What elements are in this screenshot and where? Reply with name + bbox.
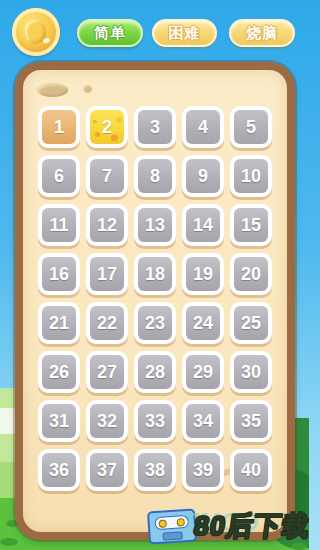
level-tile-10[interactable]: 10 bbox=[230, 155, 272, 197]
level-tile-35[interactable]: 35 bbox=[230, 400, 272, 442]
watermark-text: 80后下载 bbox=[191, 508, 309, 544]
level-tile-33[interactable]: 33 bbox=[134, 400, 176, 442]
level-tile-8[interactable]: 8 bbox=[134, 155, 176, 197]
tab-easy[interactable]: 简单 bbox=[77, 19, 143, 47]
game-screen: 简单 困难 烧脑 1234567891011121314151617181920… bbox=[0, 0, 309, 550]
level-tile-38[interactable]: 38 bbox=[134, 449, 176, 491]
level-number: 9 bbox=[186, 159, 220, 193]
tab-hard[interactable]: 困难 bbox=[152, 19, 217, 47]
level-tile-6[interactable]: 6 bbox=[38, 155, 80, 197]
tab-brain[interactable]: 烧脑 bbox=[229, 19, 295, 47]
level-number: 28 bbox=[138, 355, 172, 389]
bread-crumb-spot bbox=[37, 83, 68, 97]
coin-highlight bbox=[42, 37, 50, 44]
level-number: 34 bbox=[186, 404, 220, 438]
level-tile-28[interactable]: 28 bbox=[134, 351, 176, 393]
level-number: 21 bbox=[42, 306, 76, 340]
level-number: 7 bbox=[90, 159, 124, 193]
level-number: 3 bbox=[138, 110, 172, 144]
level-number: 22 bbox=[90, 306, 124, 340]
level-number: 23 bbox=[138, 306, 172, 340]
cassette-notch bbox=[162, 531, 183, 540]
level-tile-18[interactable]: 18 bbox=[134, 253, 176, 295]
level-number: 24 bbox=[186, 306, 220, 340]
cassette-reel bbox=[158, 519, 167, 528]
bread-crumb-spot-small bbox=[83, 85, 92, 93]
level-number: 5 bbox=[234, 110, 268, 144]
level-tile-3[interactable]: 3 bbox=[134, 106, 176, 148]
level-number: 15 bbox=[234, 208, 268, 242]
level-number: 37 bbox=[90, 453, 124, 487]
level-tile-31[interactable]: 31 bbox=[38, 400, 80, 442]
level-grid: 1234567891011121314151617181920212223242… bbox=[38, 106, 272, 491]
level-number: 2 bbox=[90, 110, 124, 144]
level-number: 14 bbox=[186, 208, 220, 242]
level-tile-32[interactable]: 32 bbox=[86, 400, 128, 442]
level-tile-7[interactable]: 7 bbox=[86, 155, 128, 197]
level-tile-5[interactable]: 5 bbox=[230, 106, 272, 148]
level-tile-27[interactable]: 27 bbox=[86, 351, 128, 393]
watermark: TMOD 80后下载 bbox=[148, 504, 309, 548]
level-number: 33 bbox=[138, 404, 172, 438]
level-tile-1[interactable]: 1 bbox=[38, 106, 80, 148]
level-number: 13 bbox=[138, 208, 172, 242]
level-tile-12[interactable]: 12 bbox=[86, 204, 128, 246]
level-tile-29[interactable]: 29 bbox=[182, 351, 224, 393]
level-number: 1 bbox=[42, 110, 76, 144]
level-number: 19 bbox=[186, 257, 220, 291]
level-number: 11 bbox=[42, 208, 76, 242]
level-tile-22[interactable]: 22 bbox=[86, 302, 128, 344]
level-tile-25[interactable]: 25 bbox=[230, 302, 272, 344]
level-number: 38 bbox=[138, 453, 172, 487]
level-tile-34[interactable]: 34 bbox=[182, 400, 224, 442]
level-tile-37[interactable]: 37 bbox=[86, 449, 128, 491]
top-bar: 简单 困难 烧脑 bbox=[0, 0, 309, 58]
level-number: 8 bbox=[138, 159, 172, 193]
grass-spot bbox=[0, 538, 18, 546]
level-number: 10 bbox=[234, 159, 268, 193]
level-tile-19[interactable]: 19 bbox=[182, 253, 224, 295]
level-tile-15[interactable]: 15 bbox=[230, 204, 272, 246]
level-tile-11[interactable]: 11 bbox=[38, 204, 80, 246]
level-tile-2[interactable]: 2 bbox=[86, 106, 128, 148]
level-tile-24[interactable]: 24 bbox=[182, 302, 224, 344]
bread-panel: 1234567891011121314151617181920212223242… bbox=[15, 62, 295, 540]
level-tile-16[interactable]: 16 bbox=[38, 253, 80, 295]
level-number: 31 bbox=[42, 404, 76, 438]
level-number: 40 bbox=[234, 453, 268, 487]
level-tile-30[interactable]: 30 bbox=[230, 351, 272, 393]
level-number: 6 bbox=[42, 159, 76, 193]
level-number: 30 bbox=[234, 355, 268, 389]
level-number: 18 bbox=[138, 257, 172, 291]
level-number: 36 bbox=[42, 453, 76, 487]
level-number: 17 bbox=[90, 257, 124, 291]
level-number: 16 bbox=[42, 257, 76, 291]
level-number: 25 bbox=[234, 306, 268, 340]
level-number: 4 bbox=[186, 110, 220, 144]
cheese-coin-icon[interactable] bbox=[12, 8, 60, 56]
level-tile-40[interactable]: 40 bbox=[230, 449, 272, 491]
level-tile-9[interactable]: 9 bbox=[182, 155, 224, 197]
level-number: 20 bbox=[234, 257, 268, 291]
level-number: 27 bbox=[90, 355, 124, 389]
level-tile-17[interactable]: 17 bbox=[86, 253, 128, 295]
level-number: 32 bbox=[90, 404, 124, 438]
level-tile-23[interactable]: 23 bbox=[134, 302, 176, 344]
level-tile-39[interactable]: 39 bbox=[182, 449, 224, 491]
level-number: 35 bbox=[234, 404, 268, 438]
level-tile-21[interactable]: 21 bbox=[38, 302, 80, 344]
level-number: 29 bbox=[186, 355, 220, 389]
level-number: 26 bbox=[42, 355, 76, 389]
level-tile-14[interactable]: 14 bbox=[182, 204, 224, 246]
level-number: 12 bbox=[90, 208, 124, 242]
level-tile-4[interactable]: 4 bbox=[182, 106, 224, 148]
level-number: 39 bbox=[186, 453, 220, 487]
level-tile-13[interactable]: 13 bbox=[134, 204, 176, 246]
level-tile-26[interactable]: 26 bbox=[38, 351, 80, 393]
level-tile-20[interactable]: 20 bbox=[230, 253, 272, 295]
level-tile-36[interactable]: 36 bbox=[38, 449, 80, 491]
